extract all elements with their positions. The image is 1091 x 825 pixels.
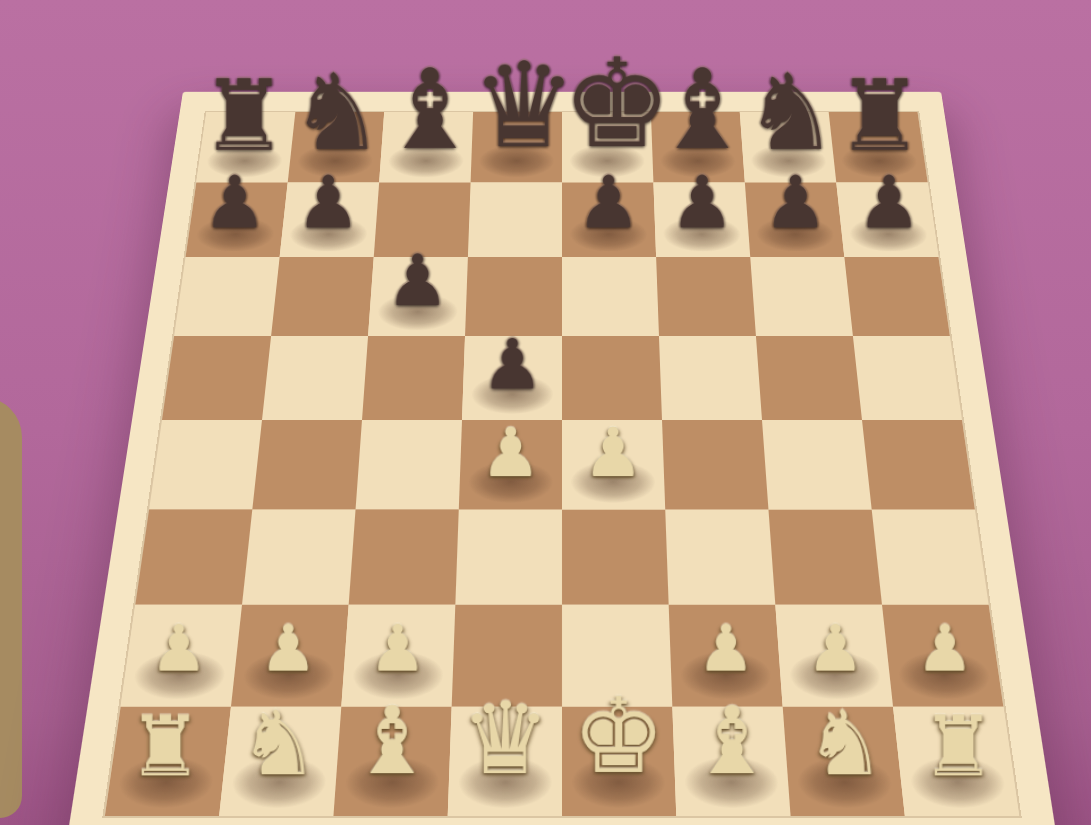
piece-black-pawn[interactable]: ♟ <box>842 166 935 238</box>
square-c4[interactable] <box>356 420 462 509</box>
square-a1[interactable]: ♜ <box>105 707 231 816</box>
square-d8[interactable]: ♛ <box>471 112 562 182</box>
piece-white-pawn[interactable]: ♟ <box>343 617 452 681</box>
square-e7[interactable]: ♟ <box>562 182 656 257</box>
square-e6[interactable] <box>562 257 659 336</box>
square-h3[interactable] <box>872 509 989 604</box>
square-c3[interactable] <box>349 509 459 604</box>
piece-black-pawn[interactable]: ♟ <box>188 166 281 238</box>
square-c5[interactable] <box>362 336 465 420</box>
square-a4[interactable] <box>149 420 262 509</box>
piece-black-pawn[interactable]: ♟ <box>655 166 748 238</box>
square-h6[interactable] <box>844 257 950 336</box>
game-screen: ♜♞♝♛♚♝♞♜♟♟♟♟♟♟♟♟♟♟♟♟♟♟♟♟♜♞♝♛♚♝♞♜ <box>0 0 1091 825</box>
square-e5[interactable] <box>562 336 662 420</box>
square-h5[interactable] <box>853 336 962 420</box>
side-panel-edge <box>0 397 22 818</box>
piece-black-king[interactable]: ♚ <box>562 43 653 166</box>
square-g1[interactable]: ♞ <box>783 707 905 816</box>
square-f5[interactable] <box>659 336 762 420</box>
square-a2[interactable]: ♟ <box>121 605 242 707</box>
piece-black-knight[interactable]: ♞ <box>290 60 381 165</box>
piece-black-rook[interactable]: ♜ <box>199 67 290 165</box>
square-g6[interactable] <box>750 257 853 336</box>
piece-white-bishop[interactable]: ♝ <box>675 695 788 789</box>
square-g5[interactable] <box>756 336 862 420</box>
square-d4[interactable]: ♟ <box>459 420 562 509</box>
piece-black-pawn[interactable]: ♟ <box>463 330 562 399</box>
piece-black-knight[interactable]: ♞ <box>744 60 835 165</box>
square-d7[interactable] <box>468 182 562 257</box>
square-c6[interactable]: ♟ <box>368 257 468 336</box>
piece-white-pawn[interactable]: ♟ <box>671 617 780 681</box>
piece-black-pawn[interactable]: ♟ <box>282 166 375 238</box>
square-g3[interactable] <box>768 509 882 604</box>
square-b7[interactable]: ♟ <box>280 182 379 257</box>
piece-white-pawn[interactable]: ♟ <box>124 617 233 681</box>
piece-black-bishop[interactable]: ♝ <box>380 55 471 165</box>
square-b1[interactable]: ♞ <box>219 707 341 816</box>
square-e3[interactable] <box>562 509 669 604</box>
square-c1[interactable]: ♝ <box>333 707 451 816</box>
square-e4[interactable]: ♟ <box>562 420 665 509</box>
piece-white-knight[interactable]: ♞ <box>222 699 335 789</box>
piece-black-pawn[interactable]: ♟ <box>562 166 655 238</box>
piece-white-knight[interactable]: ♞ <box>789 699 902 789</box>
square-g7[interactable]: ♟ <box>745 182 844 257</box>
piece-white-rook[interactable]: ♜ <box>902 706 1015 789</box>
square-b4[interactable] <box>252 420 362 509</box>
board-grid: ♜♞♝♛♚♝♞♜♟♟♟♟♟♟♟♟♟♟♟♟♟♟♟♟♜♞♝♛♚♝♞♜ <box>105 112 1019 816</box>
square-f1[interactable]: ♝ <box>672 707 790 816</box>
piece-black-rook[interactable]: ♜ <box>834 67 925 165</box>
piece-black-queen[interactable]: ♛ <box>471 48 562 166</box>
square-a3[interactable] <box>135 509 252 604</box>
piece-white-pawn[interactable]: ♟ <box>234 617 343 681</box>
square-d3[interactable] <box>455 509 562 604</box>
piece-white-queen[interactable]: ♛ <box>449 689 562 789</box>
square-h7[interactable]: ♟ <box>836 182 938 257</box>
square-f6[interactable] <box>656 257 756 336</box>
square-e1[interactable]: ♚ <box>562 707 676 816</box>
square-b3[interactable] <box>242 509 356 604</box>
square-g4[interactable] <box>762 420 872 509</box>
square-a7[interactable]: ♟ <box>186 182 288 257</box>
square-f3[interactable] <box>665 509 775 604</box>
square-h4[interactable] <box>862 420 975 509</box>
piece-white-bishop[interactable]: ♝ <box>335 695 448 789</box>
piece-black-bishop[interactable]: ♝ <box>653 55 744 165</box>
piece-white-pawn[interactable]: ♟ <box>562 420 664 488</box>
piece-white-pawn[interactable]: ♟ <box>890 617 999 681</box>
square-h2[interactable]: ♟ <box>882 605 1003 707</box>
square-c8[interactable]: ♝ <box>379 112 473 182</box>
square-a5[interactable] <box>162 336 271 420</box>
piece-white-rook[interactable]: ♜ <box>109 706 222 789</box>
piece-black-pawn[interactable]: ♟ <box>369 246 465 317</box>
square-d1[interactable]: ♛ <box>448 707 562 816</box>
square-b5[interactable] <box>262 336 368 420</box>
square-b6[interactable] <box>271 257 374 336</box>
square-a6[interactable] <box>174 257 280 336</box>
board-anchor: ♜♞♝♛♚♝♞♜♟♟♟♟♟♟♟♟♟♟♟♟♟♟♟♟♜♞♝♛♚♝♞♜ <box>132 0 992 825</box>
piece-white-pawn[interactable]: ♟ <box>781 617 890 681</box>
square-f4[interactable] <box>662 420 768 509</box>
piece-black-pawn[interactable]: ♟ <box>749 166 842 238</box>
square-d5[interactable]: ♟ <box>462 336 562 420</box>
square-f7[interactable]: ♟ <box>653 182 750 257</box>
piece-white-pawn[interactable]: ♟ <box>460 420 562 488</box>
square-h1[interactable]: ♜ <box>893 707 1019 816</box>
chess-board: ♜♞♝♛♚♝♞♜♟♟♟♟♟♟♟♟♟♟♟♟♟♟♟♟♜♞♝♛♚♝♞♜ <box>65 92 1059 825</box>
piece-white-king[interactable]: ♚ <box>562 685 675 789</box>
